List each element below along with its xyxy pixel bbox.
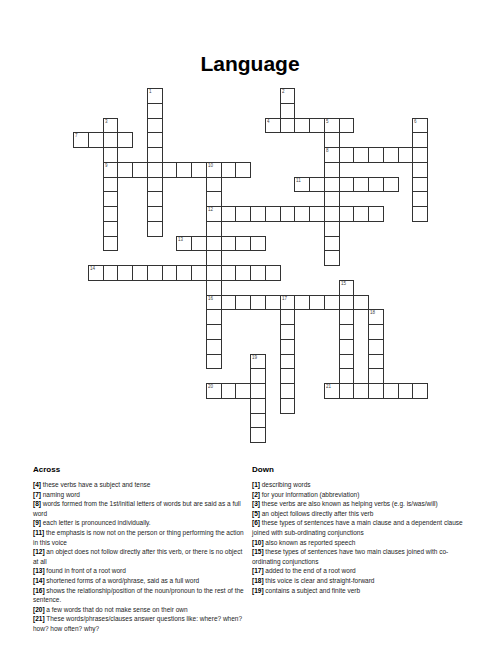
cell-r12c8[interactable] <box>191 265 207 281</box>
clue-number: [18] <box>252 577 264 584</box>
across-clue-list: [4] these verbs have a subject and tense… <box>33 480 249 634</box>
cell-r18c12[interactable]: 19 <box>250 354 266 370</box>
clue-number: [7] <box>33 491 41 498</box>
cell-number: 5 <box>326 119 329 124</box>
clue-item-4: [4] these verbs have a subject and tense <box>33 480 249 490</box>
cell-r5c7[interactable] <box>176 162 192 178</box>
cell-r23c12[interactable] <box>250 427 266 443</box>
clue-item-11: [11] the emphasis is now not on the pers… <box>33 528 249 547</box>
cell-r6c18[interactable] <box>339 177 355 193</box>
cell-r17c20[interactable] <box>368 339 384 355</box>
cell-r2c15[interactable] <box>294 118 310 134</box>
page-title: Language <box>0 53 500 75</box>
clue-number: [10] <box>252 539 264 546</box>
clue-item-9: [9] each letter is pronounced individual… <box>33 518 249 528</box>
cell-r7c17[interactable] <box>324 191 340 207</box>
cell-r17c18[interactable] <box>339 339 355 355</box>
cell-r19c12[interactable] <box>250 368 266 384</box>
cell-r8c23[interactable] <box>412 206 428 222</box>
cell-number: 18 <box>370 310 375 315</box>
cell-r6c9[interactable] <box>206 177 222 193</box>
cell-r5c23[interactable] <box>412 162 428 178</box>
cell-r8c12[interactable] <box>250 206 266 222</box>
clue-number: [3] <box>252 500 260 507</box>
cell-r8c11[interactable] <box>235 206 251 222</box>
clue-number: [2] <box>252 491 260 498</box>
cell-number: 15 <box>341 281 346 286</box>
cell-r10c10[interactable] <box>221 236 237 252</box>
cell-r2c16[interactable] <box>309 118 325 134</box>
cell-r5c4[interactable] <box>132 162 148 178</box>
cell-r12c3[interactable] <box>117 265 133 281</box>
cell-r15c14[interactable] <box>280 309 296 325</box>
cell-r2c5[interactable] <box>147 118 163 134</box>
cell-r7c9[interactable] <box>206 191 222 207</box>
cell-r12c6[interactable] <box>162 265 178 281</box>
across-clues-section: Across [4] these verbs have a subject an… <box>33 465 249 634</box>
clue-number: [17] <box>252 567 264 574</box>
cell-number: 6 <box>414 119 417 124</box>
across-header: Across <box>33 465 249 475</box>
cell-r16c18[interactable] <box>339 324 355 340</box>
cell-number: 13 <box>178 237 183 242</box>
cell-r12c4[interactable] <box>132 265 148 281</box>
clue-item-13: [13] found in front of a root word <box>33 566 249 576</box>
cell-r12c10[interactable] <box>221 265 237 281</box>
cell-number: 20 <box>208 384 213 389</box>
cell-number: 9 <box>105 163 108 168</box>
cell-number: 8 <box>326 148 329 153</box>
clue-item-17: [17] added to the end of a root word <box>252 566 468 576</box>
cell-r14c18[interactable] <box>339 295 355 311</box>
cell-r1c5[interactable] <box>147 103 163 119</box>
cell-number: 12 <box>208 207 213 212</box>
cell-r10c12[interactable] <box>250 236 266 252</box>
cell-number: 4 <box>267 119 270 124</box>
cell-r14c10[interactable] <box>221 295 237 311</box>
clue-number: [4] <box>33 481 41 488</box>
clue-item-15: [15] these types of sentences have two m… <box>252 547 468 566</box>
cell-number: 19 <box>252 355 257 360</box>
cell-r8c5[interactable] <box>147 206 163 222</box>
cell-r17c9[interactable] <box>206 339 222 355</box>
cell-r10c2[interactable] <box>103 236 119 252</box>
cell-number: 10 <box>208 163 213 168</box>
cell-r16c14[interactable] <box>280 324 296 340</box>
cell-r20c17[interactable]: 21 <box>324 383 340 399</box>
cell-r12c9[interactable] <box>206 265 222 281</box>
cell-r13c9[interactable] <box>206 280 222 296</box>
cell-r20c21[interactable] <box>383 383 399 399</box>
cell-r10c7[interactable]: 13 <box>176 236 192 252</box>
cell-r19c18[interactable] <box>339 368 355 384</box>
cell-r18c20[interactable] <box>368 354 384 370</box>
cell-number: 14 <box>90 266 95 271</box>
cell-r6c19[interactable] <box>353 177 369 193</box>
cell-r6c16[interactable] <box>309 177 325 193</box>
cell-r9c17[interactable] <box>324 221 340 237</box>
clue-number: [6] <box>252 519 260 526</box>
cell-number: 7 <box>75 133 78 138</box>
down-header: Down <box>252 465 468 475</box>
clue-item-18: [18] this voice is clear and straight-fo… <box>252 576 468 586</box>
cell-number: 11 <box>296 178 301 183</box>
cell-r3c2[interactable] <box>103 132 119 148</box>
cell-r4c21[interactable] <box>383 147 399 163</box>
cell-r20c12[interactable] <box>250 383 266 399</box>
cell-r9c9[interactable] <box>206 221 222 237</box>
clue-number: [8] <box>33 500 41 507</box>
cell-r4c19[interactable] <box>353 147 369 163</box>
cell-r4c18[interactable] <box>339 147 355 163</box>
cell-r4c22[interactable] <box>398 147 414 163</box>
cell-r5c17[interactable] <box>324 162 340 178</box>
crossword-page: Language 1234567891011121314151617181920… <box>0 0 500 647</box>
cell-r21c12[interactable] <box>250 398 266 414</box>
cell-number: 21 <box>326 384 331 389</box>
cell-r4c17[interactable]: 8 <box>324 147 340 163</box>
clue-number: [5] <box>252 510 260 517</box>
clue-number: [13] <box>33 567 45 574</box>
cell-r6c20[interactable] <box>368 177 384 193</box>
cell-r4c5[interactable] <box>147 147 163 163</box>
clue-number: [1] <box>252 481 260 488</box>
clue-number: [11] <box>33 529 44 536</box>
cell-number: 3 <box>105 119 108 124</box>
cell-number: 2 <box>282 89 285 94</box>
clue-item-7: [7] naming word <box>33 490 249 500</box>
cell-r3c23[interactable] <box>412 132 428 148</box>
cell-r0c5[interactable]: 1 <box>147 88 163 104</box>
cell-r13c18[interactable]: 15 <box>339 280 355 296</box>
cell-r20c18[interactable] <box>339 383 355 399</box>
cell-r5c3[interactable] <box>117 162 133 178</box>
cell-number: 16 <box>208 296 213 301</box>
cell-r9c5[interactable] <box>147 221 163 237</box>
clue-item-20: [20] a few words that do not make sense … <box>33 605 249 615</box>
cell-r9c2[interactable] <box>103 221 119 237</box>
cell-r8c18[interactable] <box>339 206 355 222</box>
cell-r15c9[interactable] <box>206 309 222 325</box>
cell-r3c17[interactable] <box>324 132 340 148</box>
cell-r14c11[interactable] <box>235 295 251 311</box>
cell-r8c10[interactable] <box>221 206 237 222</box>
cell-r2c2[interactable]: 3 <box>103 118 119 134</box>
cell-r14c14[interactable]: 17 <box>280 295 296 311</box>
cell-r15c18[interactable] <box>339 309 355 325</box>
clue-item-19: [19] contains a subject and finite verb <box>252 586 468 596</box>
cell-r11c17[interactable] <box>324 250 340 266</box>
clue-item-12: [12] an object does not follow directly … <box>33 547 249 566</box>
cell-r5c11[interactable] <box>235 162 251 178</box>
cell-r2c18[interactable] <box>339 118 355 134</box>
cell-r5c6[interactable] <box>162 162 178 178</box>
cell-r20c20[interactable] <box>368 383 384 399</box>
cell-r8c13[interactable] <box>265 206 281 222</box>
cell-r2c14[interactable] <box>280 118 296 134</box>
clue-item-8: [8] words formed from the 1st/initial le… <box>33 499 249 518</box>
cell-r14c15[interactable] <box>294 295 310 311</box>
clue-item-3: [3] these verbs are also known as helpin… <box>252 499 468 509</box>
cell-r20c22[interactable] <box>398 383 414 399</box>
crossword-grid: 123456789101112131415161718192021 <box>73 88 429 444</box>
cell-r16c20[interactable] <box>368 324 384 340</box>
cell-r5c9[interactable]: 10 <box>206 162 222 178</box>
cell-r7c5[interactable] <box>147 191 163 207</box>
cell-r12c5[interactable] <box>147 265 163 281</box>
cell-r14c16[interactable] <box>309 295 325 311</box>
cell-r5c5[interactable] <box>147 162 163 178</box>
clue-item-5: [5] an object follows directly after thi… <box>252 509 468 519</box>
cell-r8c15[interactable] <box>294 206 310 222</box>
cell-r10c8[interactable] <box>191 236 207 252</box>
cell-r10c17[interactable] <box>324 236 340 252</box>
cell-r20c14[interactable] <box>280 383 296 399</box>
cell-r5c2[interactable]: 9 <box>103 162 119 178</box>
cell-r14c9[interactable]: 16 <box>206 295 222 311</box>
cell-r3c0[interactable]: 7 <box>73 132 89 148</box>
cell-r20c9[interactable]: 20 <box>206 383 222 399</box>
cell-r1c14[interactable] <box>280 103 296 119</box>
cell-r12c13[interactable] <box>265 265 281 281</box>
cell-r3c5[interactable] <box>147 132 163 148</box>
cell-r6c5[interactable] <box>147 177 163 193</box>
cell-r14c17[interactable] <box>324 295 340 311</box>
cell-r6c2[interactable] <box>103 177 119 193</box>
cell-r15c20[interactable]: 18 <box>368 309 384 325</box>
cell-r10c9[interactable] <box>206 236 222 252</box>
cell-r12c12[interactable] <box>250 265 266 281</box>
cell-r0c14[interactable]: 2 <box>280 88 296 104</box>
cell-r19c20[interactable] <box>368 368 384 384</box>
cell-r14c12[interactable] <box>250 295 266 311</box>
cell-r4c23[interactable] <box>412 147 428 163</box>
cell-r14c13[interactable] <box>265 295 281 311</box>
cell-r12c7[interactable] <box>176 265 192 281</box>
clue-number: [9] <box>33 519 41 526</box>
clue-item-16: [16] shows the relationship/position of … <box>33 586 249 605</box>
cell-r2c17[interactable]: 5 <box>324 118 340 134</box>
cell-r8c14[interactable] <box>280 206 296 222</box>
cell-r12c1[interactable]: 14 <box>88 265 104 281</box>
cell-r4c20[interactable] <box>368 147 384 163</box>
cell-r7c23[interactable] <box>412 191 428 207</box>
cell-r12c2[interactable] <box>103 265 119 281</box>
clue-number: [20] <box>33 606 45 613</box>
clue-number: [15] <box>252 548 264 555</box>
clue-item-2: [2] for your information (abbreviation) <box>252 490 468 500</box>
cell-r6c15[interactable]: 11 <box>294 177 310 193</box>
cell-r20c23[interactable] <box>412 383 428 399</box>
cell-r2c23[interactable]: 6 <box>412 118 428 134</box>
cell-r2c13[interactable]: 4 <box>265 118 281 134</box>
down-clue-list: [1] describing words[2] for your informa… <box>252 480 468 595</box>
cell-r8c16[interactable] <box>309 206 325 222</box>
cell-r10c11[interactable] <box>235 236 251 252</box>
cell-r18c18[interactable] <box>339 354 355 370</box>
cell-r22c12[interactable] <box>250 413 266 429</box>
cell-number: 1 <box>149 89 152 94</box>
cell-r11c9[interactable] <box>206 250 222 266</box>
cell-r20c11[interactable] <box>235 383 251 399</box>
clue-item-6: [6] these types of sentences have a main… <box>252 518 468 537</box>
cell-r6c21[interactable] <box>383 177 399 193</box>
clue-number: [19] <box>252 587 264 594</box>
cell-r8c20[interactable] <box>368 206 384 222</box>
cell-r21c14[interactable] <box>280 398 296 414</box>
cell-r8c2[interactable] <box>103 206 119 222</box>
cell-r16c9[interactable] <box>206 324 222 340</box>
cell-r19c14[interactable] <box>280 368 296 384</box>
cell-r5c8[interactable] <box>191 162 207 178</box>
cell-r6c23[interactable] <box>412 177 428 193</box>
clue-item-21: [21] These words/phrases/clauses answer … <box>33 614 249 633</box>
clue-number: [21] <box>33 615 45 622</box>
cell-r8c19[interactable] <box>353 206 369 222</box>
cell-r20c10[interactable] <box>221 383 237 399</box>
cell-r20c19[interactable] <box>353 383 369 399</box>
cell-r12c11[interactable] <box>235 265 251 281</box>
cell-r3c1[interactable] <box>88 132 104 148</box>
cell-r5c10[interactable] <box>221 162 237 178</box>
clue-number: [16] <box>33 587 45 594</box>
cell-r7c2[interactable] <box>103 191 119 207</box>
clue-item-10: [10] also known as reported speech <box>252 538 468 548</box>
cell-r14c19[interactable] <box>353 295 369 311</box>
cell-r18c9[interactable] <box>206 354 222 370</box>
clue-item-14: [14] shortened forms of a word/phrase, s… <box>33 576 249 586</box>
cell-r18c14[interactable] <box>280 354 296 370</box>
clue-number: [14] <box>33 577 45 584</box>
clue-item-1: [1] describing words <box>252 480 468 490</box>
cell-r3c3[interactable] <box>117 132 133 148</box>
cell-r4c2[interactable] <box>103 147 119 163</box>
down-clues-section: Down [1] describing words[2] for your in… <box>252 465 468 595</box>
cell-r17c14[interactable] <box>280 339 296 355</box>
cell-r8c9[interactable]: 12 <box>206 206 222 222</box>
clue-number: [12] <box>33 548 45 555</box>
cell-r6c17[interactable] <box>324 177 340 193</box>
cell-r8c17[interactable] <box>324 206 340 222</box>
cell-number: 17 <box>282 296 287 301</box>
